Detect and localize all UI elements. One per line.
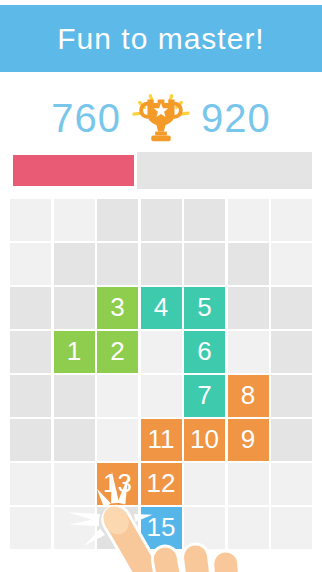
grid-cell-r4c1[interactable]	[10, 331, 51, 373]
tile-11[interactable]: 11	[141, 419, 182, 461]
grid-cell-r5c4[interactable]	[141, 375, 182, 417]
grid-cell-r8c2[interactable]	[54, 507, 95, 549]
grid-cell-r2c1[interactable]	[10, 243, 51, 285]
grid-cell-r3c6[interactable]	[228, 287, 269, 329]
tile-13[interactable]: 13	[97, 463, 138, 505]
grid-cell-r6c7[interactable]	[271, 419, 312, 461]
grid-cell-r2c4[interactable]	[141, 243, 182, 285]
grid-cell-r5c1[interactable]	[10, 375, 51, 417]
grid-cell-r2c7[interactable]	[271, 243, 312, 285]
grid-cell-r6c1[interactable]	[10, 419, 51, 461]
grid-cell-r8c7[interactable]	[271, 507, 312, 549]
curled-finger	[212, 550, 243, 572]
score-right: 920	[201, 92, 271, 144]
grid-cell-r7c2[interactable]	[54, 463, 95, 505]
tile-4[interactable]: 4	[141, 287, 182, 329]
grid-cell-r3c7[interactable]	[271, 287, 312, 329]
grid-cell-r1c5[interactable]	[184, 199, 225, 241]
grid-cell-r8c5[interactable]	[184, 507, 225, 549]
grid-cell-r1c4[interactable]	[141, 199, 182, 241]
tile-3[interactable]: 3	[97, 287, 138, 329]
tile-1[interactable]: 1	[54, 331, 95, 373]
grid-cell-r4c7[interactable]	[271, 331, 312, 373]
progress-fill	[10, 152, 137, 189]
tile-8[interactable]: 8	[228, 375, 269, 417]
grid-cell-r1c3[interactable]	[97, 199, 138, 241]
grid-cell-r1c7[interactable]	[271, 199, 312, 241]
tile-5[interactable]: 5	[184, 287, 225, 329]
grid-cell-r5c3[interactable]	[97, 375, 138, 417]
grid-cell-r7c1[interactable]	[10, 463, 51, 505]
grid-cell-r5c7[interactable]	[271, 375, 312, 417]
tile-7[interactable]: 7	[184, 375, 225, 417]
grid-cell-r1c2[interactable]	[54, 199, 95, 241]
grid-cell-r2c6[interactable]	[228, 243, 269, 285]
grid-cell-r4c6[interactable]	[228, 331, 269, 373]
tile-6[interactable]: 6	[184, 331, 225, 373]
grid-cell-r8c1[interactable]	[10, 507, 51, 549]
grid-cell-r4c4[interactable]	[141, 331, 182, 373]
grid-cell-r6c2[interactable]	[54, 419, 95, 461]
trophy-icon	[131, 92, 191, 144]
grid-cell-r7c5[interactable]	[184, 463, 225, 505]
banner-text: Fun to master!	[57, 22, 264, 56]
progress-bar	[10, 152, 312, 189]
grid-cell-r5c2[interactable]	[54, 375, 95, 417]
scoreboard: 760 920	[0, 92, 322, 144]
grid-cell-r2c3[interactable]	[97, 243, 138, 285]
grid-cell-r2c2[interactable]	[54, 243, 95, 285]
tapped-cell[interactable]	[97, 507, 138, 549]
grid-cell-r8c6[interactable]	[228, 507, 269, 549]
grid-cell-r7c7[interactable]	[271, 463, 312, 505]
grid-cell-r1c6[interactable]	[228, 199, 269, 241]
grid-cell-r2c5[interactable]	[184, 243, 225, 285]
grid-cell-r3c2[interactable]	[54, 287, 95, 329]
tile-12[interactable]: 12	[141, 463, 182, 505]
tile-15[interactable]: 15	[141, 507, 182, 549]
app-screen: Fun to master! 760 920 345	[0, 0, 322, 572]
banner: Fun to master!	[0, 5, 322, 72]
grid-cell-r1c1[interactable]	[10, 199, 51, 241]
tile-9[interactable]: 9	[228, 419, 269, 461]
game-board: 3451267811109131215	[10, 199, 312, 549]
grid-cell-r3c1[interactable]	[10, 287, 51, 329]
grid-cell-r6c3[interactable]	[97, 419, 138, 461]
tile-2[interactable]: 2	[97, 331, 138, 373]
grid-cell-r7c6[interactable]	[228, 463, 269, 505]
score-left: 760	[51, 92, 121, 144]
tile-10[interactable]: 10	[184, 419, 225, 461]
